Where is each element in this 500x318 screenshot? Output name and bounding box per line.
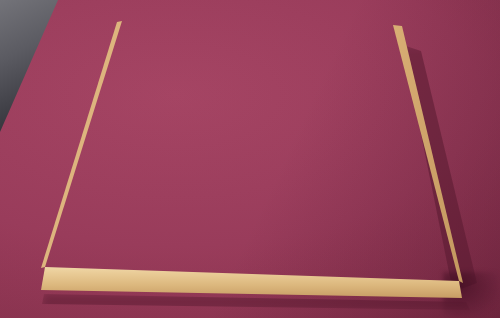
grid-cell	[165, 83, 204, 108]
hoshi-dot	[185, 70, 190, 73]
grid-cell	[239, 41, 272, 62]
grid-cell	[206, 41, 240, 62]
grid-cell	[316, 236, 366, 279]
grid-cell	[98, 194, 148, 231]
grid-cell	[232, 136, 271, 166]
grid-cell	[272, 235, 319, 277]
grid-cell	[272, 109, 310, 137]
grid-cell	[335, 43, 371, 64]
grid-cell	[306, 86, 344, 111]
grid-cell	[154, 134, 197, 164]
grid-cell	[308, 110, 348, 138]
grid-cell	[141, 195, 189, 232]
go-stone-white	[271, 82, 308, 107]
grid-cell	[43, 228, 98, 269]
hoshi-dot	[168, 177, 174, 181]
grid-cell	[160, 107, 200, 134]
grid-cell	[314, 200, 361, 238]
grid-cell	[208, 22, 241, 41]
grid-cell	[173, 40, 208, 61]
grid-cell	[179, 232, 228, 274]
grid-cell	[146, 21, 181, 40]
grid-cell	[360, 238, 413, 281]
grid-cell	[347, 138, 391, 169]
grid-cell	[271, 62, 306, 85]
go-stone-black	[271, 107, 310, 134]
grid-cell	[303, 42, 338, 63]
grid-cell	[197, 108, 236, 136]
grid-cell	[236, 84, 272, 109]
grid-cell	[193, 135, 234, 165]
grid-cell	[237, 62, 271, 85]
grid-cell	[129, 82, 169, 107]
go-stone-white	[304, 61, 341, 84]
grid-cell	[356, 201, 406, 239]
grid-cell	[228, 198, 272, 236]
grid-cell	[115, 133, 159, 163]
grid-cell	[141, 40, 177, 61]
grid-cell	[338, 64, 376, 87]
grid-cell	[311, 167, 355, 201]
grid-cell	[341, 86, 381, 112]
grid-cell	[272, 166, 314, 200]
grid-cell	[134, 231, 185, 273]
grid-cell	[234, 109, 272, 137]
grid-cell	[272, 136, 312, 167]
grid-cell	[302, 23, 335, 43]
grid-cell	[271, 42, 304, 63]
grid-cell	[169, 61, 206, 84]
gray-object	[0, 0, 70, 140]
grid-cell	[332, 24, 367, 44]
grid-cell	[271, 23, 303, 43]
grid-cell	[189, 164, 232, 198]
grid-cell	[344, 111, 386, 139]
grid-cell	[88, 230, 141, 271]
grid-cell	[304, 63, 340, 86]
go-stone-black	[305, 83, 344, 108]
grid-cell	[309, 137, 351, 168]
grid-cell	[148, 163, 193, 196]
grid-cell	[177, 21, 211, 40]
grid-cell	[184, 196, 230, 233]
grid-cell	[123, 106, 165, 133]
board-shadow-right	[395, 45, 480, 295]
go-stone-black	[148, 159, 194, 192]
grid-cell	[351, 168, 398, 202]
grid-cell	[271, 85, 307, 110]
hoshi-dot	[320, 73, 325, 76]
grid-cell	[135, 60, 173, 83]
photo-scene	[0, 0, 500, 318]
grid-cell	[240, 22, 272, 42]
grid-cell	[203, 61, 238, 84]
grid-cell	[230, 165, 272, 199]
hoshi-dot	[330, 181, 336, 185]
board-left-edge	[38, 19, 128, 271]
grid-cell	[272, 199, 316, 237]
grid-cell	[200, 84, 237, 109]
grid-cell	[226, 234, 272, 276]
grid-cell	[107, 162, 154, 195]
